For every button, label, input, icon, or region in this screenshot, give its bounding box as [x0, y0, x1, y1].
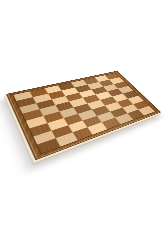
- product-photo-stage: [0, 0, 165, 240]
- chess-board: [6, 71, 161, 160]
- board-grid: [12, 73, 156, 155]
